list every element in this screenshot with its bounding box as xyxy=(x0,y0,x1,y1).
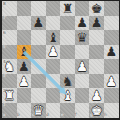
piece-white-pawn[interactable]: ♟ xyxy=(76,60,88,73)
square-b4[interactable]: ♟ xyxy=(17,59,32,74)
square-b5[interactable]: ♝ xyxy=(17,45,32,60)
piece-white-knight[interactable]: ♞ xyxy=(3,60,15,73)
square-g8[interactable]: ♚ xyxy=(89,1,104,16)
square-a8[interactable]: 8 xyxy=(2,1,17,16)
square-h4[interactable] xyxy=(104,59,119,74)
square-d6[interactable]: ♝ xyxy=(46,30,61,45)
square-h3[interactable]: ♟ xyxy=(104,74,119,89)
coordinate-rank-8: 8 xyxy=(3,2,6,6)
piece-black-pawn[interactable]: ♟ xyxy=(18,60,30,73)
chess-board: 8♜♚7♟♟♟6♝♛5♝♟♟4♞♟♟3♟♞♟2♜♝♟1abc♛defg♚h xyxy=(2,1,119,118)
square-c8[interactable] xyxy=(31,1,46,16)
square-c5[interactable] xyxy=(31,45,46,60)
piece-white-pawn[interactable]: ♟ xyxy=(18,75,30,88)
piece-black-queen[interactable]: ♛ xyxy=(76,31,88,44)
square-c6[interactable] xyxy=(31,30,46,45)
square-c2[interactable] xyxy=(31,88,46,103)
square-e2[interactable]: ♝ xyxy=(60,88,75,103)
coordinate-file-f: f xyxy=(75,113,76,117)
piece-black-bishop[interactable]: ♝ xyxy=(18,45,30,58)
coordinate-file-e: e xyxy=(61,113,64,117)
square-h5[interactable]: ♟ xyxy=(104,45,119,60)
square-d2[interactable] xyxy=(46,88,61,103)
piece-white-rook[interactable]: ♜ xyxy=(3,89,15,102)
coordinate-rank-5: 5 xyxy=(3,45,6,49)
piece-black-bishop[interactable]: ♝ xyxy=(47,31,59,44)
piece-black-pawn[interactable]: ♟ xyxy=(76,16,88,29)
square-f2[interactable] xyxy=(75,88,90,103)
piece-black-pawn[interactable]: ♟ xyxy=(105,45,117,58)
square-g5[interactable] xyxy=(89,45,104,60)
square-a2[interactable]: 2♜ xyxy=(2,88,17,103)
square-f8[interactable] xyxy=(75,1,90,16)
square-b2[interactable] xyxy=(17,88,32,103)
square-f7[interactable]: ♟ xyxy=(75,16,90,31)
square-a3[interactable]: 3 xyxy=(2,74,17,89)
piece-white-king[interactable]: ♚ xyxy=(91,104,103,117)
square-g6[interactable] xyxy=(89,30,104,45)
square-h7[interactable] xyxy=(104,16,119,31)
square-h2[interactable] xyxy=(104,88,119,103)
square-c4[interactable] xyxy=(31,59,46,74)
square-d3[interactable] xyxy=(46,74,61,89)
square-b1[interactable]: b xyxy=(17,103,32,118)
square-g4[interactable] xyxy=(89,59,104,74)
square-f3[interactable] xyxy=(75,74,90,89)
square-h8[interactable] xyxy=(104,1,119,16)
square-c3[interactable] xyxy=(31,74,46,89)
square-f4[interactable]: ♟ xyxy=(75,59,90,74)
coordinate-file-a: a xyxy=(3,113,6,117)
square-e1[interactable]: e xyxy=(60,103,75,118)
square-g7[interactable]: ♟ xyxy=(89,16,104,31)
piece-black-pawn[interactable]: ♟ xyxy=(91,16,103,29)
coordinate-rank-3: 3 xyxy=(3,74,6,78)
square-c7[interactable]: ♟ xyxy=(31,16,46,31)
square-g2[interactable]: ♟ xyxy=(89,88,104,103)
square-b8[interactable] xyxy=(17,1,32,16)
square-d1[interactable]: d xyxy=(46,103,61,118)
square-b6[interactable] xyxy=(17,30,32,45)
chess-app-screenshot: { "game": "chess", "position": { "fen": … xyxy=(0,0,120,120)
piece-white-pawn[interactable]: ♟ xyxy=(91,89,103,102)
square-b3[interactable]: ♟ xyxy=(17,74,32,89)
square-a1[interactable]: 1a xyxy=(2,103,17,118)
square-f6[interactable]: ♛ xyxy=(75,30,90,45)
piece-white-bishop[interactable]: ♝ xyxy=(62,89,74,102)
coordinate-file-b: b xyxy=(17,113,20,117)
square-d8[interactable] xyxy=(46,1,61,16)
square-e4[interactable] xyxy=(60,59,75,74)
square-g1[interactable]: g♚ xyxy=(89,103,104,118)
square-d4[interactable] xyxy=(46,59,61,74)
square-a7[interactable]: 7 xyxy=(2,16,17,31)
coordinate-file-h: h xyxy=(104,113,107,117)
square-h6[interactable] xyxy=(104,30,119,45)
square-b7[interactable] xyxy=(17,16,32,31)
coordinate-rank-1: 1 xyxy=(3,103,6,107)
square-f1[interactable]: f xyxy=(75,103,90,118)
square-e6[interactable] xyxy=(60,30,75,45)
square-e3[interactable]: ♞ xyxy=(60,74,75,89)
piece-white-pawn[interactable]: ♟ xyxy=(47,45,59,58)
piece-white-pawn[interactable]: ♟ xyxy=(105,75,117,88)
square-e8[interactable]: ♜ xyxy=(60,1,75,16)
coordinate-file-d: d xyxy=(46,113,49,117)
piece-black-king[interactable]: ♚ xyxy=(91,2,103,15)
coordinate-rank-7: 7 xyxy=(3,16,6,20)
square-f5[interactable] xyxy=(75,45,90,60)
square-g3[interactable] xyxy=(89,74,104,89)
square-e5[interactable] xyxy=(60,45,75,60)
piece-black-knight[interactable]: ♞ xyxy=(62,75,74,88)
square-d7[interactable] xyxy=(46,16,61,31)
square-a6[interactable]: 6 xyxy=(2,30,17,45)
square-e7[interactable] xyxy=(60,16,75,31)
piece-black-rook[interactable]: ♜ xyxy=(62,2,74,15)
piece-black-pawn[interactable]: ♟ xyxy=(33,16,45,29)
square-a4[interactable]: 4♞ xyxy=(2,59,17,74)
square-d5[interactable]: ♟ xyxy=(46,45,61,60)
coordinate-rank-6: 6 xyxy=(3,31,6,35)
square-a5[interactable]: 5 xyxy=(2,45,17,60)
piece-white-queen[interactable]: ♛ xyxy=(33,104,45,117)
square-c1[interactable]: c♛ xyxy=(31,103,46,118)
square-h1[interactable]: h xyxy=(104,103,119,118)
